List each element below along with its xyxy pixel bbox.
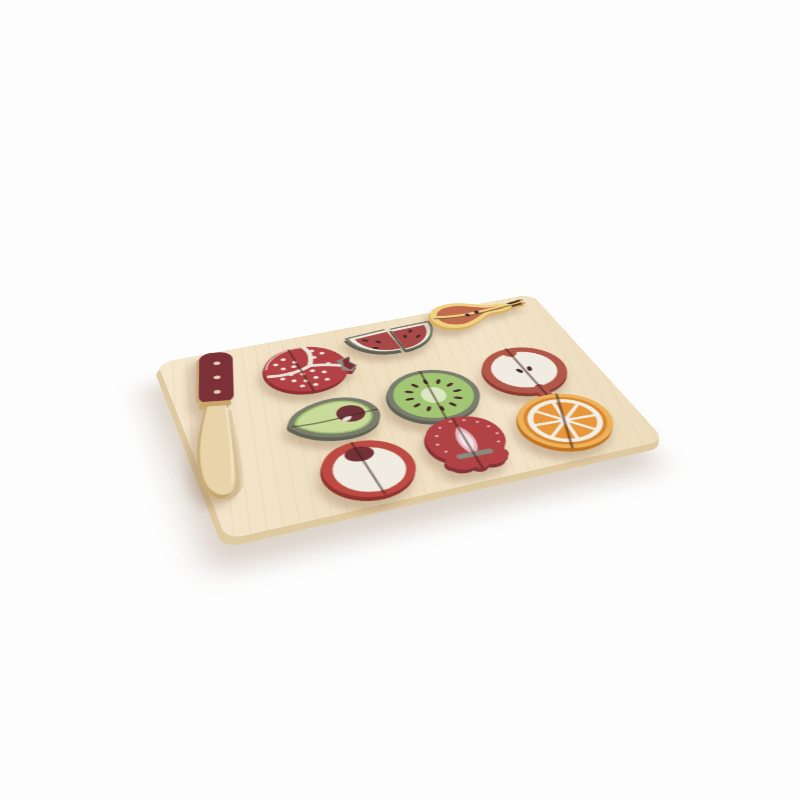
product-photo (0, 0, 800, 800)
knife[interactable] (173, 349, 269, 509)
knife-graphic (173, 349, 269, 509)
board-plane (157, 294, 664, 540)
